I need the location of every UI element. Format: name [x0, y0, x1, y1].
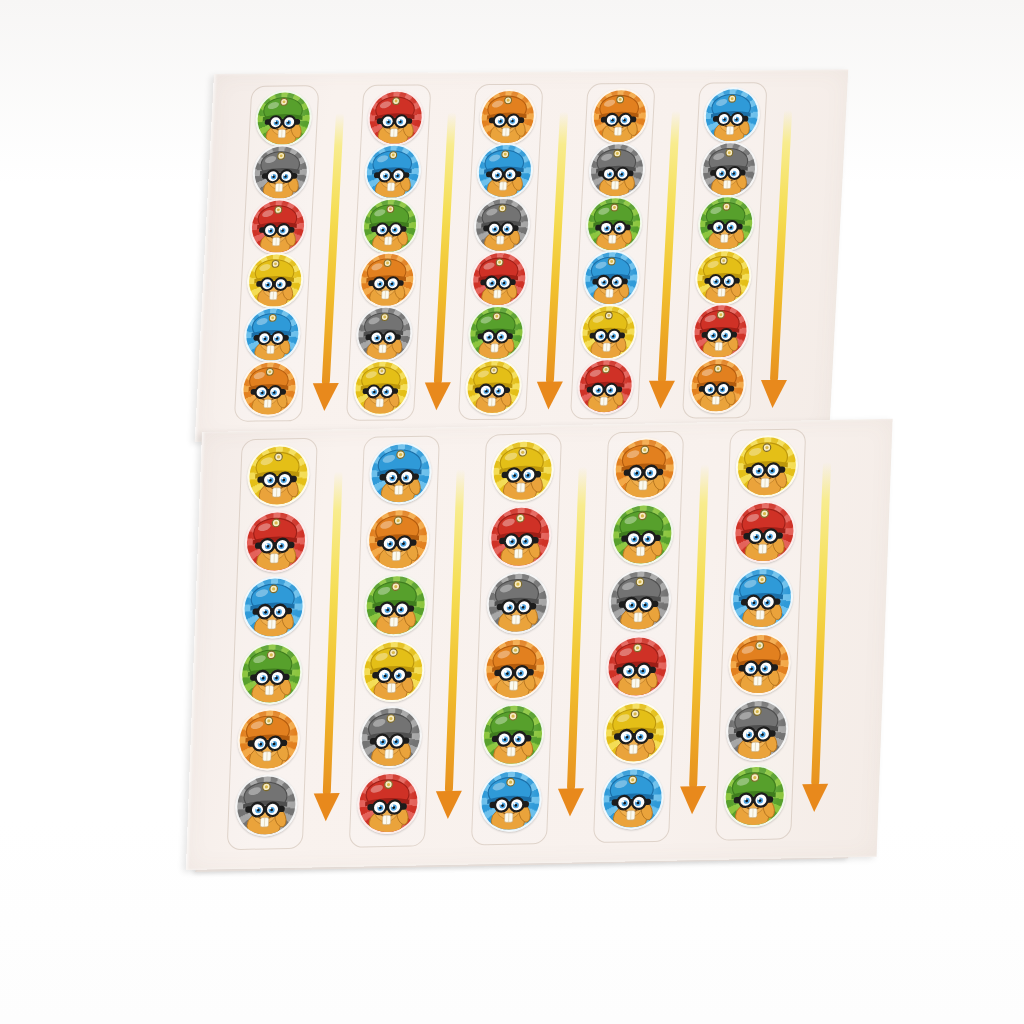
down-arrow-icon: [322, 113, 344, 385]
miner-character-icon: [245, 308, 300, 360]
sticker-blue: [730, 567, 794, 630]
sticker-sheet-top: [195, 70, 849, 442]
miner-character-icon: [248, 446, 308, 505]
miner-character-icon: [361, 708, 421, 767]
sticker-blue: [600, 767, 664, 830]
down-arrow-icon: [546, 112, 568, 384]
miner-character-icon: [478, 145, 533, 197]
miner-character-icon: [737, 437, 797, 496]
miner-character-icon: [480, 91, 535, 143]
sticker-orange: [483, 637, 547, 700]
sticker-red: [366, 90, 425, 146]
sticker-grey: [359, 706, 423, 769]
miner-character-icon: [584, 252, 639, 304]
miner-character-icon: [610, 571, 670, 630]
sticker-red: [488, 505, 552, 568]
sticker-green: [723, 764, 787, 827]
down-arrow-icon: [811, 462, 831, 786]
miner-character-icon: [246, 512, 306, 571]
sticker-grey: [486, 571, 550, 634]
diecut-outline: [593, 431, 684, 843]
sticker-green: [481, 703, 545, 766]
sticker-blue: [702, 87, 761, 143]
sticker-green: [610, 503, 674, 566]
sticker-yellow: [352, 360, 411, 416]
miner-character-icon: [256, 92, 311, 144]
sticker-blue: [241, 576, 305, 639]
sticker-green: [467, 305, 526, 361]
sticker-orange: [366, 508, 430, 571]
sticker-orange: [237, 708, 301, 771]
miner-character-icon: [363, 200, 418, 252]
sticker-blue: [582, 250, 641, 306]
sticker-red: [249, 198, 308, 254]
miner-character-icon: [357, 308, 412, 360]
miner-character-icon: [241, 644, 301, 703]
miner-character-icon: [242, 362, 297, 414]
sticker-blue: [368, 442, 432, 505]
miner-character-icon: [702, 143, 757, 195]
sticker-grey: [725, 698, 789, 761]
sticker-green: [697, 195, 756, 251]
sticker-grey: [587, 142, 646, 198]
sticker-strip: [569, 83, 698, 440]
miner-character-icon: [248, 254, 303, 306]
sticker-yellow: [603, 701, 667, 764]
sticker-red: [732, 501, 796, 564]
miner-character-icon: [727, 701, 787, 760]
sticker-yellow: [246, 252, 305, 308]
sticker-sheet-bottom: [186, 419, 893, 870]
sticker-yellow: [361, 640, 425, 703]
sticker-orange: [688, 357, 747, 413]
sticker-strip: [714, 428, 850, 860]
sticker-green: [585, 196, 644, 252]
down-arrow-icon: [658, 111, 680, 383]
miner-character-icon: [363, 642, 423, 701]
sticker-orange: [590, 88, 649, 144]
miner-character-icon: [475, 199, 530, 251]
down-arrow-icon: [770, 110, 792, 382]
diecut-outline: [349, 435, 440, 847]
sticker-strip: [681, 82, 810, 439]
sticker-grey: [700, 141, 759, 197]
miner-character-icon: [587, 198, 642, 250]
sticker-red: [470, 251, 529, 307]
sticker-yellow: [579, 304, 638, 360]
sticker-yellow: [464, 359, 523, 415]
sticker-strip: [592, 430, 728, 862]
miner-character-icon: [592, 90, 647, 142]
product-photo: [0, 0, 1024, 1024]
miner-character-icon: [493, 441, 553, 500]
miner-character-icon: [581, 306, 636, 358]
miner-character-icon: [690, 359, 745, 411]
sticker-strip: [348, 435, 484, 867]
sticker-red: [605, 635, 669, 698]
miner-character-icon: [693, 305, 748, 357]
miner-character-icon: [366, 576, 426, 635]
sticker-red: [244, 510, 308, 573]
sticker-orange: [613, 437, 677, 500]
miner-character-icon: [607, 637, 667, 696]
diecut-outline: [234, 85, 320, 421]
sticker-grey: [355, 306, 414, 362]
miner-character-icon: [239, 710, 299, 769]
sticker-blue: [478, 769, 542, 832]
diecut-outline: [227, 438, 318, 850]
miner-character-icon: [370, 444, 430, 503]
sticker-red: [576, 358, 635, 414]
miner-character-icon: [251, 200, 306, 252]
down-arrow-icon: [567, 467, 587, 791]
miner-character-icon: [368, 92, 423, 144]
miner-character-icon: [612, 505, 672, 564]
sticker-green: [254, 90, 313, 146]
miner-character-icon: [615, 439, 675, 498]
miner-character-icon: [699, 197, 754, 249]
miner-character-icon: [732, 569, 792, 628]
sticker-red: [356, 772, 420, 835]
miner-character-icon: [696, 251, 751, 303]
sticker-strip: [226, 437, 362, 869]
sticker-grey: [251, 144, 310, 200]
sticker-blue: [475, 143, 534, 199]
sticker-orange: [727, 633, 791, 696]
miner-character-icon: [236, 776, 296, 835]
sticker-strip: [470, 432, 606, 864]
sticker-orange: [240, 360, 299, 416]
miner-character-icon: [469, 307, 524, 359]
sticker-grey: [608, 569, 672, 632]
miner-character-icon: [472, 253, 527, 305]
down-arrow-icon: [689, 464, 709, 788]
miner-character-icon: [360, 254, 415, 306]
miner-character-icon: [368, 510, 428, 569]
sticker-strip: [233, 85, 362, 442]
miner-character-icon: [358, 774, 418, 833]
sticker-orange: [478, 89, 537, 145]
miner-character-icon: [734, 503, 794, 562]
sticker-orange: [358, 252, 417, 308]
miner-character-icon: [488, 573, 548, 632]
miner-character-icon: [466, 361, 521, 413]
miner-character-icon: [485, 639, 545, 698]
diecut-outline: [715, 428, 806, 840]
down-arrow-icon: [445, 469, 465, 793]
sticker-blue: [243, 306, 302, 362]
diecut-outline: [471, 433, 562, 845]
sticker-blue: [363, 144, 422, 200]
miner-character-icon: [725, 767, 785, 826]
miner-character-icon: [578, 360, 633, 412]
miner-character-icon: [366, 146, 421, 198]
miner-character-icon: [704, 89, 759, 141]
down-arrow-icon: [434, 112, 456, 384]
miner-character-icon: [243, 578, 303, 637]
miner-character-icon: [605, 703, 665, 762]
sticker-yellow: [735, 435, 799, 498]
down-arrow-icon: [323, 471, 343, 795]
miner-character-icon: [480, 771, 540, 830]
miner-character-icon: [729, 635, 789, 694]
sticker-grey: [234, 774, 298, 837]
sticker-green: [239, 642, 303, 705]
miner-character-icon: [490, 507, 550, 566]
sticker-yellow: [246, 444, 310, 507]
sticker-yellow: [490, 439, 554, 502]
sticker-green: [364, 574, 428, 637]
miner-character-icon: [483, 705, 543, 764]
miner-character-icon: [354, 362, 409, 414]
sticker-strip: [457, 83, 586, 440]
miner-character-icon: [590, 144, 645, 196]
miner-character-icon: [253, 146, 308, 198]
sticker-grey: [473, 197, 532, 253]
sticker-red: [691, 303, 750, 359]
sticker-strip: [345, 84, 474, 441]
sticker-yellow: [694, 249, 753, 305]
sticker-green: [361, 198, 420, 254]
miner-character-icon: [603, 769, 663, 828]
